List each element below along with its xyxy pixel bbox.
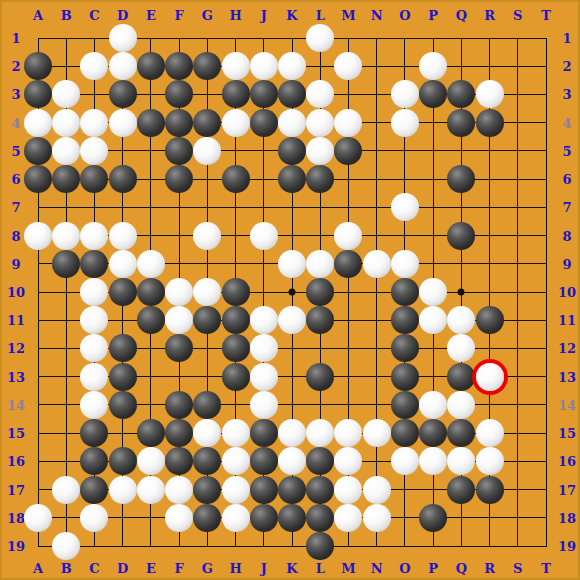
star-point-K10	[289, 289, 296, 296]
col-label-D-top: D	[117, 9, 128, 22]
row-label-19-right: 19	[558, 540, 576, 553]
stone-white-Q14	[447, 391, 475, 419]
star-point-Q10	[458, 289, 465, 296]
stone-black-C6	[80, 165, 108, 193]
stone-white-M2	[334, 52, 362, 80]
stone-white-P11	[419, 306, 447, 334]
row-label-7-right: 7	[562, 201, 571, 214]
stone-black-C16	[80, 447, 108, 475]
stone-black-H6	[222, 165, 250, 193]
stone-black-E11	[137, 306, 165, 334]
grid-line-vertical	[517, 38, 518, 547]
stone-black-F4	[165, 109, 193, 137]
row-label-3-right: 3	[562, 88, 571, 101]
stone-white-J13	[250, 363, 278, 391]
stone-black-Q3	[447, 80, 475, 108]
stone-black-K6	[278, 165, 306, 193]
row-label-9-right: 9	[562, 257, 571, 270]
stone-white-H16	[222, 447, 250, 475]
stone-black-C15	[80, 419, 108, 447]
stone-white-G8	[193, 222, 221, 250]
stone-white-C14	[80, 391, 108, 419]
row-label-18-right: 18	[558, 511, 576, 524]
stone-white-O3	[391, 80, 419, 108]
col-label-E-bottom: E	[146, 562, 156, 575]
stone-white-D17	[109, 476, 137, 504]
stone-white-N15	[363, 419, 391, 447]
stone-black-M5	[334, 137, 362, 165]
row-label-15-left: 15	[7, 427, 25, 440]
stone-white-H15	[222, 419, 250, 447]
stone-white-G15	[193, 419, 221, 447]
stone-black-R17	[476, 476, 504, 504]
stone-white-F11	[165, 306, 193, 334]
stone-white-G5	[193, 137, 221, 165]
stone-black-D6	[109, 165, 137, 193]
stone-black-G17	[193, 476, 221, 504]
stone-black-E4	[137, 109, 165, 137]
col-label-H-bottom: H	[229, 562, 241, 575]
stone-white-H2	[222, 52, 250, 80]
stone-black-O12	[391, 334, 419, 362]
col-label-J-top: J	[261, 9, 267, 22]
col-label-A-bottom: A	[33, 562, 43, 575]
col-label-D-bottom: D	[117, 562, 128, 575]
stone-black-L16	[306, 447, 334, 475]
stone-black-O11	[391, 306, 419, 334]
stone-black-O13	[391, 363, 419, 391]
stone-black-P18	[419, 504, 447, 532]
stone-black-O14	[391, 391, 419, 419]
stone-black-K5	[278, 137, 306, 165]
row-label-17-right: 17	[558, 483, 576, 496]
stone-white-A18	[24, 504, 52, 532]
row-label-9-left: 9	[11, 257, 20, 270]
col-label-A-top: A	[33, 9, 43, 22]
stone-white-M18	[334, 504, 362, 532]
stone-white-J12	[250, 334, 278, 362]
stone-white-K15	[278, 419, 306, 447]
stone-black-H13	[222, 363, 250, 391]
col-label-K-bottom: K	[286, 562, 297, 575]
stone-black-H12	[222, 334, 250, 362]
row-label-13-right: 13	[558, 370, 576, 383]
stone-black-E2	[137, 52, 165, 80]
col-label-Q-bottom: Q	[456, 562, 467, 575]
stone-white-P14	[419, 391, 447, 419]
col-label-S-top: S	[513, 9, 522, 22]
col-label-R-bottom: R	[484, 562, 495, 575]
stone-black-D16	[109, 447, 137, 475]
stone-black-D13	[109, 363, 137, 391]
stone-white-L1	[306, 24, 334, 52]
stone-black-G14	[193, 391, 221, 419]
stone-white-C5	[80, 137, 108, 165]
stone-black-G16	[193, 447, 221, 475]
stone-white-B4	[52, 109, 80, 137]
stone-black-D12	[109, 334, 137, 362]
stone-white-J2	[250, 52, 278, 80]
col-label-M-bottom: M	[341, 562, 355, 575]
stone-white-M17	[334, 476, 362, 504]
stone-black-J16	[250, 447, 278, 475]
stone-white-C2	[80, 52, 108, 80]
stone-white-C18	[80, 504, 108, 532]
stone-white-C13	[80, 363, 108, 391]
stone-black-G4	[193, 109, 221, 137]
col-label-L-top: L	[316, 9, 325, 22]
row-label-16-left: 16	[7, 455, 25, 468]
stone-black-D14	[109, 391, 137, 419]
stone-white-H4	[222, 109, 250, 137]
row-label-3-left: 3	[11, 88, 20, 101]
stone-black-G11	[193, 306, 221, 334]
stone-white-F10	[165, 278, 193, 306]
stone-white-J8	[250, 222, 278, 250]
col-label-N-bottom: N	[371, 562, 383, 575]
row-label-6-left: 6	[11, 173, 20, 186]
row-label-14-right: 14	[558, 398, 576, 411]
stone-white-A4	[24, 109, 52, 137]
row-label-8-left: 8	[11, 229, 20, 242]
stone-white-L4	[306, 109, 334, 137]
last-move-stone	[476, 363, 504, 391]
stone-white-O4	[391, 109, 419, 137]
col-label-M-top: M	[341, 9, 355, 22]
stone-white-A8	[24, 222, 52, 250]
col-label-T-top: T	[541, 9, 551, 22]
stone-white-O7	[391, 193, 419, 221]
stone-black-F6	[165, 165, 193, 193]
stone-black-F15	[165, 419, 193, 447]
stone-white-L5	[306, 137, 334, 165]
col-label-B-bottom: B	[61, 562, 72, 575]
stone-black-Q17	[447, 476, 475, 504]
stone-black-D10	[109, 278, 137, 306]
stone-white-F17	[165, 476, 193, 504]
stone-white-E9	[137, 250, 165, 278]
col-label-N-top: N	[371, 9, 383, 22]
col-label-H-top: H	[229, 9, 241, 22]
row-label-19-left: 19	[7, 540, 25, 553]
stone-white-J14	[250, 391, 278, 419]
row-label-11-left: 11	[7, 314, 25, 327]
stone-white-D1	[109, 24, 137, 52]
stone-black-H11	[222, 306, 250, 334]
stone-white-Q16	[447, 447, 475, 475]
stone-white-K2	[278, 52, 306, 80]
stone-black-B9	[52, 250, 80, 278]
col-label-B-top: B	[61, 9, 72, 22]
stone-white-F18	[165, 504, 193, 532]
stone-black-C9	[80, 250, 108, 278]
stone-black-Q13	[447, 363, 475, 391]
stone-white-B5	[52, 137, 80, 165]
stone-white-L15	[306, 419, 334, 447]
stone-black-K18	[278, 504, 306, 532]
stone-white-E17	[137, 476, 165, 504]
row-label-16-right: 16	[558, 455, 576, 468]
stone-white-D2	[109, 52, 137, 80]
col-label-J-bottom: J	[261, 562, 267, 575]
stone-white-B8	[52, 222, 80, 250]
stone-white-K4	[278, 109, 306, 137]
stone-black-R4	[476, 109, 504, 137]
stone-white-M16	[334, 447, 362, 475]
col-label-S-bottom: S	[513, 562, 522, 575]
stone-black-G2	[193, 52, 221, 80]
stone-black-L13	[306, 363, 334, 391]
stone-black-A6	[24, 165, 52, 193]
grid-line-vertical	[546, 38, 547, 547]
stone-white-C12	[80, 334, 108, 362]
stone-white-R3	[476, 80, 504, 108]
stone-white-J11	[250, 306, 278, 334]
stone-white-N17	[363, 476, 391, 504]
stone-black-R11	[476, 306, 504, 334]
col-label-R-top: R	[484, 9, 495, 22]
stone-black-L10	[306, 278, 334, 306]
stone-white-R16	[476, 447, 504, 475]
stone-white-D9	[109, 250, 137, 278]
stone-white-P16	[419, 447, 447, 475]
stone-white-Q11	[447, 306, 475, 334]
stone-black-F2	[165, 52, 193, 80]
col-label-G-bottom: G	[202, 562, 213, 575]
col-label-O-bottom: O	[399, 562, 410, 575]
stone-white-H17	[222, 476, 250, 504]
row-label-14-left: 14	[7, 398, 25, 411]
stone-black-L18	[306, 504, 334, 532]
stone-white-L3	[306, 80, 334, 108]
stone-white-M15	[334, 419, 362, 447]
col-label-O-top: O	[399, 9, 410, 22]
row-label-7-left: 7	[11, 201, 20, 214]
stone-white-O16	[391, 447, 419, 475]
row-label-1-right: 1	[562, 32, 571, 45]
row-label-10-right: 10	[558, 286, 576, 299]
stone-black-K17	[278, 476, 306, 504]
stone-black-A3	[24, 80, 52, 108]
grid-line-horizontal	[38, 546, 547, 547]
row-label-10-left: 10	[7, 286, 25, 299]
stone-white-L9	[306, 250, 334, 278]
stone-white-B3	[52, 80, 80, 108]
stone-black-J3	[250, 80, 278, 108]
stone-black-Q4	[447, 109, 475, 137]
stone-white-D4	[109, 109, 137, 137]
stone-black-A2	[24, 52, 52, 80]
stone-white-E16	[137, 447, 165, 475]
stone-black-L19	[306, 532, 334, 560]
stone-black-F12	[165, 334, 193, 362]
row-label-15-right: 15	[558, 427, 576, 440]
stone-black-J15	[250, 419, 278, 447]
row-label-17-left: 17	[7, 483, 25, 496]
stone-black-Q6	[447, 165, 475, 193]
row-label-5-right: 5	[562, 144, 571, 157]
stone-white-P2	[419, 52, 447, 80]
col-label-L-bottom: L	[316, 562, 325, 575]
row-label-6-right: 6	[562, 173, 571, 186]
col-label-C-top: C	[89, 9, 99, 22]
stone-white-Q12	[447, 334, 475, 362]
row-label-13-left: 13	[7, 370, 25, 383]
stone-white-B19	[52, 532, 80, 560]
stone-black-J17	[250, 476, 278, 504]
stone-black-H3	[222, 80, 250, 108]
stone-white-O9	[391, 250, 419, 278]
stone-white-M4	[334, 109, 362, 137]
stone-white-C4	[80, 109, 108, 137]
stone-white-H18	[222, 504, 250, 532]
stone-black-B6	[52, 165, 80, 193]
col-label-K-top: K	[286, 9, 297, 22]
stone-black-O15	[391, 419, 419, 447]
stone-white-K11	[278, 306, 306, 334]
row-label-1-left: 1	[11, 32, 20, 45]
stone-black-P15	[419, 419, 447, 447]
stone-black-Q8	[447, 222, 475, 250]
col-label-C-bottom: C	[89, 562, 99, 575]
stone-black-M9	[334, 250, 362, 278]
row-label-12-right: 12	[558, 342, 576, 355]
col-label-G-top: G	[202, 9, 213, 22]
stone-white-K9	[278, 250, 306, 278]
stone-black-A5	[24, 137, 52, 165]
stone-white-M8	[334, 222, 362, 250]
stone-white-C10	[80, 278, 108, 306]
stone-black-F14	[165, 391, 193, 419]
stone-white-K16	[278, 447, 306, 475]
row-label-11-right: 11	[558, 314, 576, 327]
stone-white-R15	[476, 419, 504, 447]
stone-black-K3	[278, 80, 306, 108]
row-label-8-right: 8	[562, 229, 571, 242]
stone-white-C11	[80, 306, 108, 334]
stone-black-C17	[80, 476, 108, 504]
stone-black-L17	[306, 476, 334, 504]
col-label-F-top: F	[174, 9, 183, 22]
stone-black-F5	[165, 137, 193, 165]
stone-black-Q15	[447, 419, 475, 447]
stone-black-F16	[165, 447, 193, 475]
stone-black-P3	[419, 80, 447, 108]
stone-black-G18	[193, 504, 221, 532]
stone-black-F3	[165, 80, 193, 108]
col-label-Q-top: Q	[456, 9, 467, 22]
row-label-4-left: 4	[11, 116, 20, 129]
col-label-F-bottom: F	[174, 562, 183, 575]
row-label-2-left: 2	[11, 60, 20, 73]
stone-white-G10	[193, 278, 221, 306]
stone-black-L6	[306, 165, 334, 193]
stone-black-J4	[250, 109, 278, 137]
col-label-P-bottom: P	[428, 562, 438, 575]
stone-white-P10	[419, 278, 447, 306]
stone-white-N9	[363, 250, 391, 278]
stone-white-N18	[363, 504, 391, 532]
stone-white-C8	[80, 222, 108, 250]
stone-white-D8	[109, 222, 137, 250]
row-label-12-left: 12	[7, 342, 25, 355]
row-label-2-right: 2	[562, 60, 571, 73]
grid-line-vertical	[376, 38, 377, 547]
col-label-T-bottom: T	[541, 562, 551, 575]
row-label-18-left: 18	[7, 511, 25, 524]
stone-black-L11	[306, 306, 334, 334]
stone-black-O10	[391, 278, 419, 306]
go-board[interactable]: AABBCCDDEEFFGGHHJJKKLLMMNNOOPPQQRRSSTT11…	[0, 0, 580, 580]
col-label-E-top: E	[146, 9, 156, 22]
stone-black-H10	[222, 278, 250, 306]
stone-black-J18	[250, 504, 278, 532]
stone-black-E15	[137, 419, 165, 447]
row-label-5-left: 5	[11, 144, 20, 157]
stone-black-E10	[137, 278, 165, 306]
col-label-P-top: P	[428, 9, 438, 22]
stone-black-D3	[109, 80, 137, 108]
row-label-4-right: 4	[562, 116, 571, 129]
stone-white-B17	[52, 476, 80, 504]
